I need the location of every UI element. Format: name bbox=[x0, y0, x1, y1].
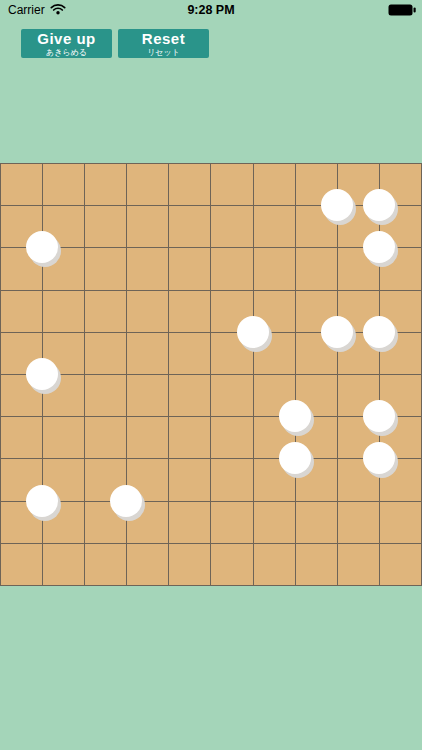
reset-button[interactable]: Reset リセット bbox=[118, 29, 209, 58]
white-stone[interactable] bbox=[363, 400, 395, 432]
board-cell[interactable] bbox=[126, 543, 168, 585]
board-cell[interactable] bbox=[126, 332, 168, 374]
board-cell[interactable] bbox=[168, 501, 210, 543]
give-up-label: Give up bbox=[37, 31, 96, 46]
white-stone[interactable] bbox=[363, 189, 395, 221]
board-cell[interactable] bbox=[295, 501, 337, 543]
give-up-sublabel: あきらめる bbox=[46, 49, 87, 57]
board-cell[interactable] bbox=[168, 458, 210, 500]
toolbar: Give up あきらめる Reset リセット bbox=[21, 29, 209, 58]
board-cell[interactable] bbox=[210, 205, 252, 247]
board-cell[interactable] bbox=[337, 501, 379, 543]
board bbox=[0, 163, 422, 586]
board-cell[interactable] bbox=[0, 543, 42, 585]
board-cell[interactable] bbox=[210, 458, 252, 500]
board-cell[interactable] bbox=[168, 332, 210, 374]
board-cell[interactable] bbox=[210, 163, 252, 205]
board-cell[interactable] bbox=[253, 163, 295, 205]
board-cell[interactable] bbox=[210, 247, 252, 289]
board-cell[interactable] bbox=[168, 205, 210, 247]
board-cell[interactable] bbox=[210, 416, 252, 458]
board-cell[interactable] bbox=[84, 374, 126, 416]
board-cell[interactable] bbox=[84, 163, 126, 205]
board-cell[interactable] bbox=[126, 247, 168, 289]
battery-icon bbox=[388, 4, 416, 16]
white-stone[interactable] bbox=[26, 358, 58, 390]
board-cell[interactable] bbox=[253, 205, 295, 247]
board-cell[interactable] bbox=[253, 501, 295, 543]
board-cell[interactable] bbox=[84, 290, 126, 332]
white-stone[interactable] bbox=[279, 442, 311, 474]
board-cell[interactable] bbox=[295, 543, 337, 585]
app-screen: Carrier 9:28 PM Give up あきらめる Reset bbox=[0, 0, 422, 750]
board-cell[interactable] bbox=[42, 416, 84, 458]
white-stone[interactable] bbox=[26, 231, 58, 263]
board-cell[interactable] bbox=[84, 205, 126, 247]
board-cell[interactable] bbox=[84, 416, 126, 458]
board-cell[interactable] bbox=[295, 247, 337, 289]
board-cell[interactable] bbox=[168, 247, 210, 289]
board-cell[interactable] bbox=[0, 163, 42, 205]
board-cell[interactable] bbox=[210, 501, 252, 543]
board-cell[interactable] bbox=[379, 543, 421, 585]
white-stone[interactable] bbox=[321, 189, 353, 221]
board-cell[interactable] bbox=[42, 163, 84, 205]
board-cell[interactable] bbox=[253, 247, 295, 289]
board-cell[interactable] bbox=[253, 543, 295, 585]
board-cell[interactable] bbox=[337, 543, 379, 585]
board-cell[interactable] bbox=[168, 163, 210, 205]
board-cell[interactable] bbox=[210, 543, 252, 585]
clock-label: 9:28 PM bbox=[0, 0, 422, 20]
board-cell[interactable] bbox=[168, 374, 210, 416]
white-stone[interactable] bbox=[363, 442, 395, 474]
board-cell[interactable] bbox=[168, 543, 210, 585]
reset-label: Reset bbox=[142, 31, 185, 46]
board-cell[interactable] bbox=[126, 205, 168, 247]
board-cell[interactable] bbox=[126, 290, 168, 332]
board-cell[interactable] bbox=[84, 543, 126, 585]
white-stone[interactable] bbox=[321, 316, 353, 348]
board-cell[interactable] bbox=[126, 163, 168, 205]
board-cell[interactable] bbox=[84, 247, 126, 289]
white-stone[interactable] bbox=[26, 485, 58, 517]
board-cell[interactable] bbox=[168, 290, 210, 332]
reset-sublabel: リセット bbox=[147, 49, 180, 57]
board-cell[interactable] bbox=[0, 290, 42, 332]
board-cell[interactable] bbox=[168, 416, 210, 458]
white-stone[interactable] bbox=[363, 231, 395, 263]
board-cell[interactable] bbox=[42, 543, 84, 585]
board-cell[interactable] bbox=[126, 374, 168, 416]
white-stone[interactable] bbox=[279, 400, 311, 432]
status-bar: Carrier 9:28 PM bbox=[0, 0, 422, 20]
white-stone[interactable] bbox=[237, 316, 269, 348]
board-cell[interactable] bbox=[126, 416, 168, 458]
white-stone[interactable] bbox=[363, 316, 395, 348]
board-cell[interactable] bbox=[84, 332, 126, 374]
white-stone[interactable] bbox=[110, 485, 142, 517]
board-cell[interactable] bbox=[210, 374, 252, 416]
give-up-button[interactable]: Give up あきらめる bbox=[21, 29, 112, 58]
board-cell[interactable] bbox=[42, 290, 84, 332]
board-cell[interactable] bbox=[379, 501, 421, 543]
board-cell[interactable] bbox=[0, 416, 42, 458]
